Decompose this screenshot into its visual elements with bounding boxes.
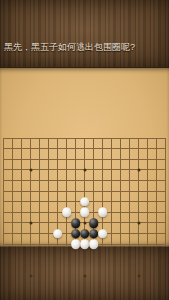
board-cell[interactable] [125,217,134,228]
board-cell[interactable] [89,164,98,175]
board-cell[interactable] [143,186,152,197]
board-cell[interactable] [17,133,26,144]
board-cell[interactable] [98,133,107,144]
board-cell[interactable] [44,154,53,165]
board-cell[interactable] [161,143,169,154]
board-cell[interactable] [0,154,8,165]
board-cell[interactable] [35,143,44,154]
board-cell[interactable] [17,217,26,228]
board-cell[interactable] [98,175,107,186]
board-cell[interactable] [134,217,143,228]
board-cell[interactable] [62,207,71,218]
board-cell[interactable] [134,133,143,144]
board-cell[interactable] [53,207,62,218]
board-cell[interactable] [26,186,35,197]
board-cell[interactable] [53,196,62,207]
board-cell[interactable] [8,154,17,165]
board-cell[interactable] [134,186,143,197]
board-cell[interactable] [80,196,89,207]
board-cell[interactable] [35,175,44,186]
board-cell[interactable] [8,143,17,154]
board-cell[interactable] [134,196,143,207]
board-cell[interactable] [17,154,26,165]
board-cell[interactable] [71,186,80,197]
board-cell[interactable] [53,143,62,154]
board-cell[interactable] [89,239,98,250]
board-cell[interactable] [125,133,134,144]
board-cell[interactable] [53,228,62,239]
board-cell[interactable] [116,196,125,207]
board-cell[interactable] [8,207,17,218]
star-point [29,274,32,277]
board-cell[interactable] [26,196,35,207]
board-cell[interactable] [134,143,143,154]
board-cell[interactable] [17,143,26,154]
board-cell[interactable] [80,207,89,218]
board-cell[interactable] [0,196,8,207]
board-cell[interactable] [125,196,134,207]
board-cell[interactable] [125,154,134,165]
board-cell[interactable] [44,175,53,186]
board-cell[interactable] [80,164,89,175]
board-cell[interactable] [26,143,35,154]
board-cell[interactable] [17,164,26,175]
board-cell[interactable] [107,186,116,197]
board-cell[interactable] [143,143,152,154]
board-cell[interactable] [152,186,161,197]
board-cell[interactable] [35,154,44,165]
board-cell[interactable] [71,217,80,228]
board-cell[interactable] [143,175,152,186]
board-cell[interactable] [80,154,89,165]
board-cell[interactable] [161,133,169,144]
board-cell[interactable] [107,164,116,175]
board-cell[interactable] [71,154,80,165]
board-cell[interactable] [62,186,71,197]
board-cell[interactable] [116,133,125,144]
board-cell[interactable] [152,196,161,207]
bottom-panel: 载入 重来 悔棋 提示 菜单 打谱 研究 返回 [0,246,169,300]
board-cell[interactable] [107,175,116,186]
board-cell[interactable] [71,228,80,239]
board-cell[interactable] [161,207,169,218]
board-cell[interactable] [143,154,152,165]
board-cell[interactable] [98,228,107,239]
board-cell[interactable] [89,154,98,165]
board-cell[interactable] [107,143,116,154]
board-cell[interactable] [0,164,8,175]
board-cell[interactable] [98,217,107,228]
board-cell[interactable] [62,143,71,154]
stone-white [89,239,99,249]
board-cell[interactable] [152,217,161,228]
board-cell[interactable] [0,207,8,218]
board-cell[interactable] [53,154,62,165]
board-cell[interactable] [26,133,35,144]
board-cell[interactable] [134,175,143,186]
board-cell[interactable] [161,186,169,197]
board-cell[interactable] [161,175,169,186]
board-cell[interactable] [143,196,152,207]
board-cell[interactable] [80,175,89,186]
board-cell[interactable] [125,186,134,197]
board-cell[interactable] [107,154,116,165]
board-cell[interactable] [62,154,71,165]
board-cell[interactable] [152,133,161,144]
board-cell[interactable] [0,186,8,197]
board-cell[interactable] [125,207,134,218]
stone-black [71,218,81,228]
board-cell[interactable] [152,143,161,154]
board-cell[interactable] [0,228,8,239]
game-board [0,67,169,247]
board-cell[interactable] [53,133,62,144]
board-cell[interactable] [80,239,89,250]
puzzle-question: 黑先，黑五子如何逃出包围圈呢? [4,41,135,54]
board-cell[interactable] [89,228,98,239]
board-cell[interactable] [107,228,116,239]
board-cell[interactable] [71,239,80,250]
board-cell[interactable] [98,186,107,197]
board-cell[interactable] [26,228,35,239]
board-cell[interactable] [80,186,89,197]
board-cell[interactable] [80,217,89,228]
board-cell[interactable] [161,196,169,207]
board-cell[interactable] [152,175,161,186]
stone-white [80,197,90,207]
board-cell[interactable] [35,217,44,228]
board-cell[interactable] [89,186,98,197]
board-cell[interactable] [8,164,17,175]
board-cell[interactable] [152,228,161,239]
board-cell[interactable] [35,133,44,144]
board-cell[interactable] [35,186,44,197]
board-cell[interactable] [89,175,98,186]
board-cell[interactable] [116,217,125,228]
board-cell[interactable] [89,196,98,207]
board-cell[interactable] [53,217,62,228]
board-cell[interactable] [134,164,143,175]
board-cell[interactable] [125,175,134,186]
star-point [29,221,32,224]
board-cell[interactable] [8,175,17,186]
board-cell[interactable] [8,228,17,239]
board-cell[interactable] [116,154,125,165]
board-cell[interactable] [116,186,125,197]
board-cell[interactable] [152,154,161,165]
board-cell[interactable] [8,133,17,144]
board-cell[interactable] [98,196,107,207]
board-cell[interactable] [26,175,35,186]
board-cell[interactable] [116,228,125,239]
board-cell[interactable] [161,228,169,239]
board-cell[interactable] [125,228,134,239]
board-cell[interactable] [53,175,62,186]
board-cell[interactable] [134,207,143,218]
board-cell[interactable] [44,217,53,228]
board-cell[interactable] [26,164,35,175]
board-cell[interactable] [125,164,134,175]
board-cell[interactable] [0,143,8,154]
star-point [83,274,86,277]
board-cell[interactable] [107,217,116,228]
board-cell[interactable] [35,228,44,239]
board-cell[interactable] [26,154,35,165]
star-point [83,168,86,171]
board-cell[interactable] [71,196,80,207]
star-point [137,168,140,171]
stone-black [89,218,99,228]
board-cell[interactable] [71,175,80,186]
board-cell[interactable] [17,196,26,207]
board-cell[interactable] [89,133,98,144]
board-cell[interactable] [44,207,53,218]
board-cell[interactable] [71,143,80,154]
board-cell[interactable] [44,228,53,239]
star-point [83,221,86,224]
board-cell[interactable] [116,164,125,175]
board-cell[interactable] [116,175,125,186]
board-cell[interactable] [35,164,44,175]
board-cell[interactable] [116,143,125,154]
board-cell[interactable] [98,164,107,175]
board-cell[interactable] [80,133,89,144]
board-cell[interactable] [107,196,116,207]
board-cell[interactable] [44,186,53,197]
board-cell[interactable] [143,228,152,239]
board-cell[interactable] [152,207,161,218]
board-cell[interactable] [143,164,152,175]
board-cell[interactable] [161,154,169,165]
board-cell[interactable] [8,217,17,228]
board-cell[interactable] [143,207,152,218]
board-cell[interactable] [44,164,53,175]
star-point [137,221,140,224]
star-point [29,168,32,171]
top-bar: 黑先，黑五子如何逃出包围圈呢? [0,0,169,67]
board-cell[interactable] [44,143,53,154]
board-cell[interactable] [44,196,53,207]
board-cell[interactable] [71,164,80,175]
board-cell[interactable] [161,164,169,175]
app-screen: 黑先，黑五子如何逃出包围圈呢? 载入 重来 悔棋 提示 菜单 打谱 研究 返回 [0,0,169,300]
board-cell[interactable] [35,196,44,207]
board-cell[interactable] [98,154,107,165]
board-cell[interactable] [8,186,17,197]
board-cell[interactable] [107,133,116,144]
board-cell[interactable] [62,217,71,228]
stone-white [98,208,108,218]
board-cell[interactable] [134,154,143,165]
stone-white [53,229,63,239]
board-cell[interactable] [0,175,8,186]
board-cell[interactable] [0,217,8,228]
board-cell[interactable] [71,133,80,144]
stone-white [98,229,108,239]
board-cell[interactable] [71,207,80,218]
board-cell[interactable] [26,217,35,228]
board-cell[interactable] [53,186,62,197]
board-cell[interactable] [62,228,71,239]
board-cell[interactable] [62,133,71,144]
board-cell[interactable] [89,217,98,228]
board-cell[interactable] [17,207,26,218]
board-cell[interactable] [89,143,98,154]
board-cell[interactable] [143,217,152,228]
board-cell[interactable] [143,133,152,144]
board-cell[interactable] [80,228,89,239]
board-cell[interactable] [62,175,71,186]
board-cell[interactable] [26,207,35,218]
stone-white [80,208,90,218]
board-cell[interactable] [116,207,125,218]
board-cell[interactable] [89,207,98,218]
board-cell[interactable] [53,164,62,175]
board-cell[interactable] [17,186,26,197]
board-cell[interactable] [98,207,107,218]
board-cell[interactable] [8,196,17,207]
board-cell[interactable] [62,196,71,207]
board-cell[interactable] [44,133,53,144]
board-cell[interactable] [152,164,161,175]
board-cell[interactable] [17,228,26,239]
board-cell[interactable] [161,217,169,228]
board-cell[interactable] [80,143,89,154]
board-cell[interactable] [134,228,143,239]
board-cell[interactable] [35,207,44,218]
board-cell[interactable] [98,143,107,154]
board-cell[interactable] [125,143,134,154]
board-cell[interactable] [17,175,26,186]
board-cell[interactable] [0,133,8,144]
stone-white [62,208,72,218]
board-cell[interactable] [62,164,71,175]
board-cell[interactable] [107,207,116,218]
star-point [137,274,140,277]
